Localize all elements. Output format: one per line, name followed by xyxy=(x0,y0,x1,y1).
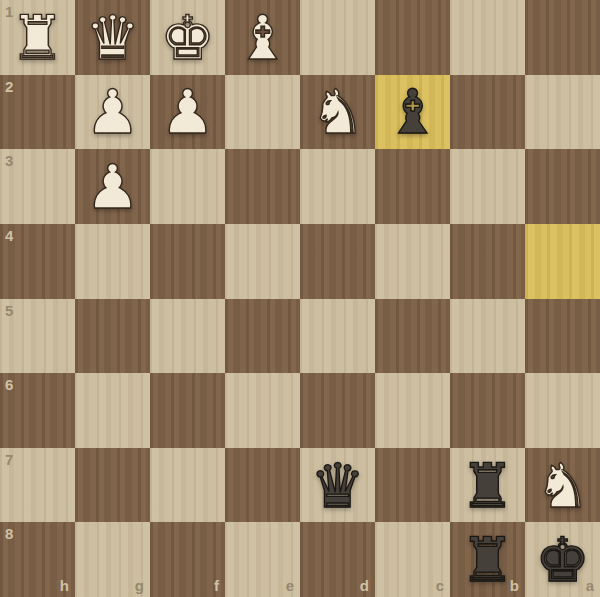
square-f4[interactable] xyxy=(150,224,225,299)
square-c1[interactable] xyxy=(375,0,450,75)
square-d8[interactable]: d xyxy=(300,522,375,597)
square-c5[interactable] xyxy=(375,299,450,374)
rank-label-2: 2 xyxy=(5,78,14,95)
square-f7[interactable] xyxy=(150,448,225,523)
square-c4[interactable] xyxy=(375,224,450,299)
square-b4[interactable] xyxy=(450,224,525,299)
square-a6[interactable] xyxy=(525,373,600,448)
square-b1[interactable] xyxy=(450,0,525,75)
square-f8[interactable]: f xyxy=(150,522,225,597)
square-f3[interactable] xyxy=(150,149,225,224)
square-e5[interactable] xyxy=(225,299,300,374)
square-e4[interactable] xyxy=(225,224,300,299)
square-c2[interactable]: ♝ xyxy=(375,75,450,150)
square-g3[interactable]: ♟ xyxy=(75,149,150,224)
file-label-h: h xyxy=(60,577,69,594)
square-a8[interactable]: a♚ xyxy=(525,522,600,597)
square-e8[interactable]: e xyxy=(225,522,300,597)
rank-label-3: 3 xyxy=(5,152,14,169)
square-d7[interactable]: ♛ xyxy=(300,448,375,523)
rank-label-7: 7 xyxy=(5,451,14,468)
square-a2[interactable] xyxy=(525,75,600,150)
square-b5[interactable] xyxy=(450,299,525,374)
white-queen-piece[interactable]: ♛ xyxy=(75,0,150,75)
chess-board-area: 1♜♛♚♝2♟♟♞♝3♟4567♛♜♞8hgfedcb♜a♚ xyxy=(0,0,600,597)
square-e7[interactable] xyxy=(225,448,300,523)
black-rook-piece[interactable]: ♜ xyxy=(450,448,525,523)
rank-label-5: 5 xyxy=(5,302,14,319)
black-queen-piece[interactable]: ♛ xyxy=(300,448,375,523)
chess-board: 1♜♛♚♝2♟♟♞♝3♟4567♛♜♞8hgfedcb♜a♚ xyxy=(0,0,600,597)
square-g7[interactable] xyxy=(75,448,150,523)
square-d1[interactable] xyxy=(300,0,375,75)
square-c6[interactable] xyxy=(375,373,450,448)
black-bishop-piece[interactable]: ♝ xyxy=(375,75,450,150)
square-g6[interactable] xyxy=(75,373,150,448)
square-f6[interactable] xyxy=(150,373,225,448)
white-rook-piece[interactable]: ♜ xyxy=(0,0,75,75)
square-h2[interactable]: 2 xyxy=(0,75,75,150)
square-g2[interactable]: ♟ xyxy=(75,75,150,150)
square-f5[interactable] xyxy=(150,299,225,374)
white-bishop-piece[interactable]: ♝ xyxy=(225,0,300,75)
square-g8[interactable]: g xyxy=(75,522,150,597)
white-knight-piece[interactable]: ♞ xyxy=(300,75,375,150)
white-pawn-piece[interactable]: ♟ xyxy=(150,75,225,150)
square-c8[interactable]: c xyxy=(375,522,450,597)
file-label-f: f xyxy=(214,577,219,594)
square-d6[interactable] xyxy=(300,373,375,448)
square-g5[interactable] xyxy=(75,299,150,374)
square-d3[interactable] xyxy=(300,149,375,224)
square-h5[interactable]: 5 xyxy=(0,299,75,374)
square-b7[interactable]: ♜ xyxy=(450,448,525,523)
square-c7[interactable] xyxy=(375,448,450,523)
square-e3[interactable] xyxy=(225,149,300,224)
square-a5[interactable] xyxy=(525,299,600,374)
square-b3[interactable] xyxy=(450,149,525,224)
square-f1[interactable]: ♚ xyxy=(150,0,225,75)
square-b8[interactable]: b♜ xyxy=(450,522,525,597)
square-b6[interactable] xyxy=(450,373,525,448)
rank-label-8: 8 xyxy=(5,525,14,542)
square-h1[interactable]: 1♜ xyxy=(0,0,75,75)
black-king-piece[interactable]: ♚ xyxy=(525,522,600,597)
rank-label-6: 6 xyxy=(5,376,14,393)
square-a3[interactable] xyxy=(525,149,600,224)
square-d4[interactable] xyxy=(300,224,375,299)
file-label-c: c xyxy=(436,577,444,594)
square-f2[interactable]: ♟ xyxy=(150,75,225,150)
white-king-piece[interactable]: ♚ xyxy=(150,0,225,75)
rank-label-4: 4 xyxy=(5,227,14,244)
square-h4[interactable]: 4 xyxy=(0,224,75,299)
square-a7[interactable]: ♞ xyxy=(525,448,600,523)
square-e2[interactable] xyxy=(225,75,300,150)
square-h3[interactable]: 3 xyxy=(0,149,75,224)
white-pawn-piece[interactable]: ♟ xyxy=(75,75,150,150)
white-knight-piece[interactable]: ♞ xyxy=(525,448,600,523)
square-g4[interactable] xyxy=(75,224,150,299)
square-g1[interactable]: ♛ xyxy=(75,0,150,75)
black-rook-piece[interactable]: ♜ xyxy=(450,522,525,597)
square-h8[interactable]: 8h xyxy=(0,522,75,597)
square-c3[interactable] xyxy=(375,149,450,224)
file-label-g: g xyxy=(135,577,144,594)
file-label-d: d xyxy=(360,577,369,594)
square-h7[interactable]: 7 xyxy=(0,448,75,523)
square-a4[interactable] xyxy=(525,224,600,299)
square-e1[interactable]: ♝ xyxy=(225,0,300,75)
square-a1[interactable] xyxy=(525,0,600,75)
square-e6[interactable] xyxy=(225,373,300,448)
square-d5[interactable] xyxy=(300,299,375,374)
square-h6[interactable]: 6 xyxy=(0,373,75,448)
square-b2[interactable] xyxy=(450,75,525,150)
white-pawn-piece[interactable]: ♟ xyxy=(75,149,150,224)
square-d2[interactable]: ♞ xyxy=(300,75,375,150)
file-label-e: e xyxy=(286,577,294,594)
